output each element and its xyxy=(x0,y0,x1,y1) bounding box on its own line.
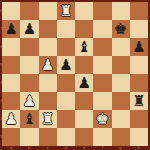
square-b1[interactable] xyxy=(20,128,38,146)
square-g4[interactable] xyxy=(112,74,130,92)
rank-coordinates: 87654321 xyxy=(0,2,2,146)
square-a1[interactable] xyxy=(2,128,20,146)
square-f3[interactable] xyxy=(93,92,111,110)
square-a7[interactable]: ♟ xyxy=(2,20,20,38)
square-g3[interactable] xyxy=(112,92,130,110)
piece-black-pawn[interactable]: ♟ xyxy=(59,58,72,73)
square-e4[interactable]: ♟ xyxy=(75,74,93,92)
square-c4[interactable] xyxy=(39,74,57,92)
square-e8[interactable] xyxy=(75,2,93,20)
square-a6[interactable] xyxy=(2,38,20,56)
square-c3[interactable] xyxy=(39,92,57,110)
rank-label-5: 5 xyxy=(0,56,2,74)
square-f7[interactable] xyxy=(93,20,111,38)
square-h6[interactable]: ♟ xyxy=(130,38,148,56)
square-g7[interactable]: ♚ xyxy=(112,20,130,38)
piece-white-pawn[interactable]: ♟ xyxy=(41,58,54,73)
square-e6[interactable]: ♝ xyxy=(75,38,93,56)
file-label-f: f xyxy=(93,146,111,150)
square-a8[interactable] xyxy=(2,2,20,20)
file-coordinates: abcdefgh xyxy=(2,146,148,150)
square-c5[interactable]: ♟ xyxy=(39,56,57,74)
square-b6[interactable] xyxy=(20,38,38,56)
square-b3[interactable]: ♟ xyxy=(20,92,38,110)
square-h8[interactable] xyxy=(130,2,148,20)
square-f8[interactable] xyxy=(93,2,111,20)
piece-white-pawn[interactable]: ♟ xyxy=(4,112,17,127)
square-a2[interactable]: ♟ xyxy=(2,110,20,128)
rank-label-7: 7 xyxy=(0,20,2,38)
square-c7[interactable] xyxy=(39,20,57,38)
square-h4[interactable] xyxy=(130,74,148,92)
square-h5[interactable] xyxy=(130,56,148,74)
square-d1[interactable] xyxy=(57,128,75,146)
square-g2[interactable] xyxy=(112,110,130,128)
square-a3[interactable] xyxy=(2,92,20,110)
square-b5[interactable] xyxy=(20,56,38,74)
piece-black-pawn[interactable]: ♟ xyxy=(77,76,90,91)
square-c8[interactable] xyxy=(39,2,57,20)
square-g5[interactable] xyxy=(112,56,130,74)
rank-label-2: 2 xyxy=(0,110,2,128)
square-h1[interactable] xyxy=(130,128,148,146)
piece-black-pawn[interactable]: ♟ xyxy=(132,40,145,55)
piece-black-pawn[interactable]: ♟ xyxy=(4,22,17,37)
file-label-d: d xyxy=(57,146,75,150)
square-f5[interactable] xyxy=(93,56,111,74)
file-label-e: e xyxy=(75,146,93,150)
piece-white-rook[interactable]: ♜ xyxy=(59,4,72,19)
square-h3[interactable]: ♜ xyxy=(130,92,148,110)
square-h2[interactable] xyxy=(130,110,148,128)
chess-board-frame: ♜♟♟♚♝♟♟♟♟♟♜♟♝♜♚ abcdefgh 87654321 xyxy=(0,0,150,150)
square-g8[interactable] xyxy=(112,2,130,20)
piece-white-pawn[interactable]: ♟ xyxy=(23,94,36,109)
rank-label-8: 8 xyxy=(0,2,2,20)
square-e5[interactable] xyxy=(75,56,93,74)
square-a4[interactable] xyxy=(2,74,20,92)
square-b7[interactable]: ♟ xyxy=(20,20,38,38)
square-h7[interactable] xyxy=(130,20,148,38)
piece-black-pawn[interactable]: ♟ xyxy=(23,22,36,37)
square-e1[interactable] xyxy=(75,128,93,146)
square-d6[interactable] xyxy=(57,38,75,56)
square-d2[interactable] xyxy=(57,110,75,128)
square-c2[interactable]: ♜ xyxy=(39,110,57,128)
file-label-h: h xyxy=(130,146,148,150)
square-e3[interactable] xyxy=(75,92,93,110)
square-b4[interactable] xyxy=(20,74,38,92)
square-b2[interactable]: ♝ xyxy=(20,110,38,128)
square-d8[interactable]: ♜ xyxy=(57,2,75,20)
square-b8[interactable] xyxy=(20,2,38,20)
piece-white-rook[interactable]: ♜ xyxy=(41,112,54,127)
square-d7[interactable] xyxy=(57,20,75,38)
square-f6[interactable] xyxy=(93,38,111,56)
piece-black-bishop[interactable]: ♝ xyxy=(77,40,90,55)
file-label-a: a xyxy=(2,146,20,150)
square-f2[interactable]: ♚ xyxy=(93,110,111,128)
piece-white-king[interactable]: ♚ xyxy=(96,112,109,127)
square-f4[interactable] xyxy=(93,74,111,92)
square-g1[interactable] xyxy=(112,128,130,146)
chess-board: ♜♟♟♚♝♟♟♟♟♟♜♟♝♜♚ xyxy=(2,2,148,146)
square-g6[interactable] xyxy=(112,38,130,56)
square-c6[interactable] xyxy=(39,38,57,56)
rank-label-6: 6 xyxy=(0,38,2,56)
piece-black-bishop[interactable]: ♝ xyxy=(23,112,36,127)
piece-black-king[interactable]: ♚ xyxy=(114,22,127,37)
square-f1[interactable] xyxy=(93,128,111,146)
square-a5[interactable] xyxy=(2,56,20,74)
square-d5[interactable]: ♟ xyxy=(57,56,75,74)
rank-label-3: 3 xyxy=(0,92,2,110)
file-label-g: g xyxy=(112,146,130,150)
square-d4[interactable] xyxy=(57,74,75,92)
file-label-b: b xyxy=(20,146,38,150)
file-label-c: c xyxy=(39,146,57,150)
square-e2[interactable] xyxy=(75,110,93,128)
piece-black-rook[interactable]: ♜ xyxy=(132,94,145,109)
rank-label-1: 1 xyxy=(0,128,2,146)
square-e7[interactable] xyxy=(75,20,93,38)
rank-label-4: 4 xyxy=(0,74,2,92)
square-d3[interactable] xyxy=(57,92,75,110)
square-c1[interactable] xyxy=(39,128,57,146)
